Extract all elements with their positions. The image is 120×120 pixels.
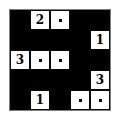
cell-r4c3[interactable]: [50, 70, 70, 90]
cell-r1c5[interactable]: [90, 10, 110, 30]
clue-digit: 1: [96, 34, 104, 46]
cell-r4c1[interactable]: [10, 70, 30, 90]
cell-r3c1[interactable]: 3: [10, 50, 30, 70]
cell-r1c1[interactable]: [10, 10, 30, 30]
empty-mark-dot: [59, 19, 62, 22]
cell-r2c2[interactable]: [30, 30, 50, 50]
minesweeper-board: 21331: [9, 9, 111, 111]
cell-r5c1[interactable]: [10, 90, 30, 110]
clue-digit: 3: [16, 54, 24, 66]
cell-r3c4[interactable]: [70, 50, 90, 70]
clue-digit: 2: [36, 14, 44, 26]
cell-r4c4[interactable]: [70, 70, 90, 90]
clue-digit: 3: [96, 74, 104, 86]
cell-r3c2[interactable]: [30, 50, 50, 70]
clue-digit: 1: [36, 94, 44, 106]
empty-mark-dot: [59, 59, 62, 62]
cell-r2c4[interactable]: [70, 30, 90, 50]
cell-r5c5[interactable]: [90, 90, 110, 110]
cell-r2c5[interactable]: 1: [90, 30, 110, 50]
cell-r4c2[interactable]: [30, 70, 50, 90]
cell-r1c3[interactable]: [50, 10, 70, 30]
cell-r5c4[interactable]: [70, 90, 90, 110]
cell-r3c3[interactable]: [50, 50, 70, 70]
cell-r2c1[interactable]: [10, 30, 30, 50]
cell-r1c4[interactable]: [70, 10, 90, 30]
empty-mark-dot: [39, 59, 42, 62]
cell-r3c5[interactable]: [90, 50, 110, 70]
empty-mark-dot: [79, 99, 82, 102]
empty-mark-dot: [99, 99, 102, 102]
cell-r1c2[interactable]: 2: [30, 10, 50, 30]
cell-r2c3[interactable]: [50, 30, 70, 50]
cell-r5c2[interactable]: 1: [30, 90, 50, 110]
cell-r5c3[interactable]: [50, 90, 70, 110]
cell-r4c5[interactable]: 3: [90, 70, 110, 90]
